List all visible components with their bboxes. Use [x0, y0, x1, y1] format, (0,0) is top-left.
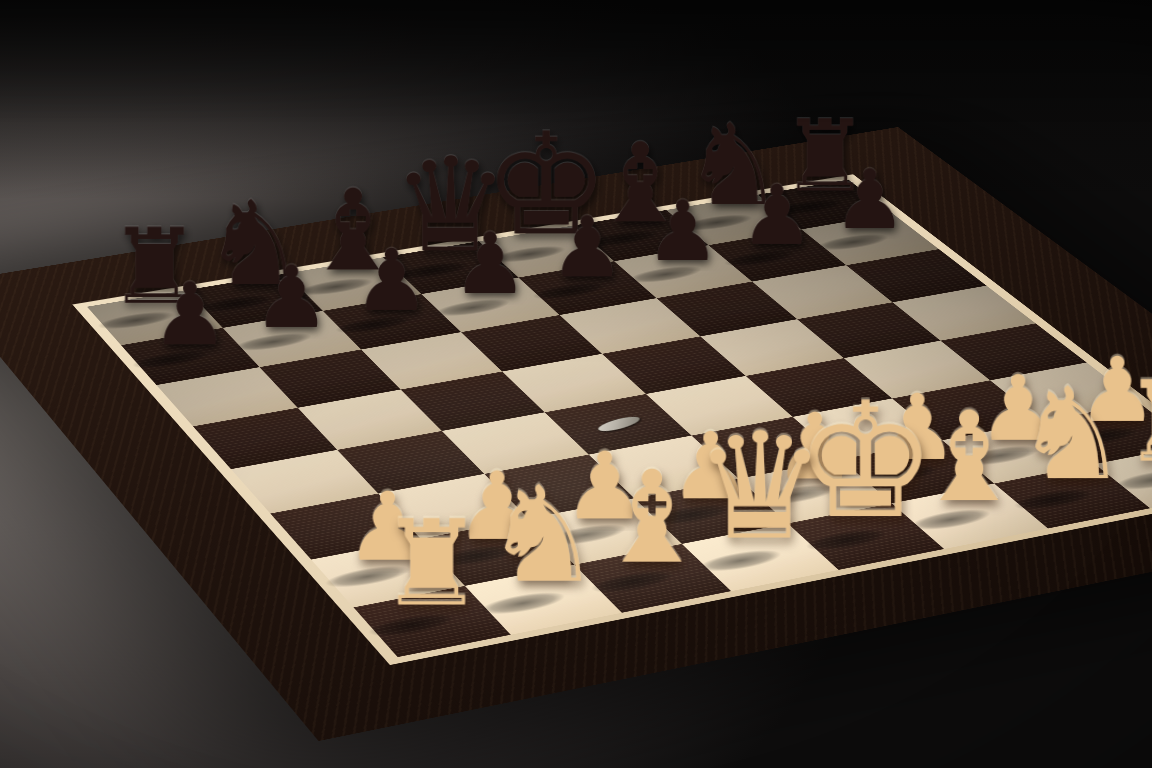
chess-board: ♜♞♝♚♛♝♞♜♟♟♟♟♟♟♟♟♟♟♟♟♟♟♟♟♜♞♝♚♛♝♞♜	[0, 127, 1152, 741]
piece-shadow	[568, 223, 678, 253]
piece-shadow	[662, 208, 772, 238]
piece-shadow	[377, 255, 489, 286]
piece-shadow	[415, 292, 529, 324]
piece-shadow	[113, 343, 230, 377]
piece-shadow	[798, 227, 908, 257]
piece-shadow	[180, 288, 294, 320]
piece-shadow	[513, 275, 626, 307]
piece-white-rook-a1[interactable]: ♜	[360, 434, 503, 621]
photo-scene: ♜♞♝♚♛♝♞♜♟♟♟♟♟♟♟♟♟♟♟♟♟♟♟♟♜♞♝♚♛♝♞♜	[0, 0, 1152, 768]
piece-shadow	[79, 304, 194, 336]
piece-shadow	[609, 259, 721, 290]
piece-shadow	[316, 308, 431, 341]
piece-shadow	[215, 325, 331, 358]
piece-shadow	[754, 192, 863, 221]
piece-shadow	[473, 239, 584, 270]
piece-shadow	[279, 271, 392, 302]
piece-shadow	[704, 243, 815, 274]
